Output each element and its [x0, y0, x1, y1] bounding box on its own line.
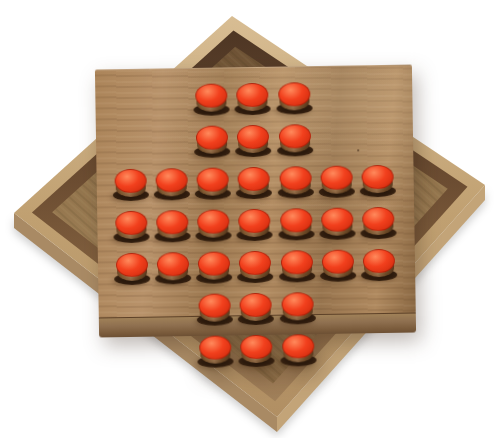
peg-r6c4[interactable] — [238, 289, 275, 328]
peg-r4c3[interactable] — [195, 205, 232, 244]
hole-r6c5 — [276, 284, 318, 327]
hole-r5c3 — [193, 243, 235, 286]
peg-r4c7[interactable] — [360, 203, 397, 242]
peg-r1c3[interactable] — [193, 79, 230, 118]
hole-r6c4 — [235, 285, 277, 328]
hole-r3c1 — [109, 161, 151, 204]
hole-r5c6 — [317, 241, 359, 284]
hole-r4c7 — [358, 199, 400, 242]
cell-r1c7 — [356, 73, 398, 116]
cell-r1c6 — [314, 73, 356, 116]
hole-r6c3 — [194, 285, 236, 328]
hole-r3c5 — [274, 158, 316, 201]
cell-r2c2 — [150, 118, 192, 161]
hole-r4c3 — [193, 201, 235, 244]
peg-cap — [114, 169, 146, 193]
hole-r5c1 — [111, 245, 153, 288]
peg-r4c2[interactable] — [154, 206, 191, 245]
peg-r3c7[interactable] — [360, 161, 397, 200]
peg-grid — [108, 73, 400, 301]
cell-r2c1 — [109, 119, 151, 162]
peg-r3c4[interactable] — [236, 163, 273, 202]
cell-r1c1 — [108, 77, 150, 120]
peg-r5c5[interactable] — [279, 246, 316, 285]
peg-r3c2[interactable] — [153, 164, 190, 203]
hole-r3c3 — [192, 159, 234, 202]
peg-r6c3[interactable] — [197, 289, 234, 328]
peg-r5c4[interactable] — [237, 247, 274, 286]
hole-r5c2 — [152, 244, 194, 287]
hole-r4c1 — [110, 203, 152, 246]
peg-cap — [115, 211, 147, 235]
hole-r2c5 — [274, 116, 316, 159]
peg-r3c1[interactable] — [112, 165, 149, 204]
peg-r2c4[interactable] — [235, 121, 272, 160]
cell-r1c2 — [149, 76, 191, 119]
peg-r5c6[interactable] — [320, 245, 357, 284]
peg-r5c2[interactable] — [155, 248, 192, 287]
peg-r3c3[interactable] — [195, 163, 232, 202]
hole-r4c4 — [234, 201, 276, 244]
peg-cap — [278, 82, 310, 106]
hole-r3c6 — [316, 157, 358, 200]
peg-r5c3[interactable] — [196, 247, 233, 286]
peg-r7c3[interactable] — [197, 331, 234, 370]
peg-r2c3[interactable] — [194, 121, 231, 160]
peg-r4c5[interactable] — [278, 204, 315, 243]
product-photo-scene — [0, 0, 500, 438]
hole-r5c4 — [235, 243, 277, 286]
hole-r1c4 — [232, 75, 274, 118]
peg-r4c1[interactable] — [113, 207, 150, 246]
cell-r2c6 — [315, 115, 357, 158]
hole-r4c5 — [275, 200, 317, 243]
hole-r5c5 — [276, 242, 318, 285]
peg-cap — [282, 334, 314, 358]
hole-r3c2 — [151, 160, 193, 203]
board-surface — [95, 65, 416, 319]
peg-r2c5[interactable] — [277, 120, 314, 159]
peg-r5c7[interactable] — [361, 245, 398, 284]
peg-r7c4[interactable] — [239, 331, 276, 370]
peg-cap — [279, 166, 311, 190]
hole-r4c2 — [151, 202, 193, 245]
peg-cap — [281, 292, 313, 316]
peg-r1c5[interactable] — [276, 78, 313, 117]
peg-cap — [281, 250, 313, 274]
peg-cap — [280, 208, 312, 232]
peg-cap — [115, 253, 147, 277]
hole-r3c7 — [357, 157, 399, 200]
hole-r2c4 — [233, 117, 275, 160]
peg-cap — [279, 124, 311, 148]
hole-r1c5 — [273, 74, 315, 117]
peg-r4c6[interactable] — [319, 203, 356, 242]
peg-r1c4[interactable] — [235, 79, 272, 118]
hole-r2c3 — [191, 117, 233, 160]
hole-r4c6 — [316, 199, 358, 242]
cell-r2c7 — [356, 115, 398, 158]
hole-r5c7 — [358, 241, 400, 284]
peg-r4c4[interactable] — [237, 205, 274, 244]
solitaire-board — [95, 65, 416, 338]
peg-r6c5[interactable] — [279, 288, 316, 327]
peg-r3c5[interactable] — [277, 162, 314, 201]
peg-r5c1[interactable] — [113, 249, 150, 288]
peg-r3c6[interactable] — [318, 161, 355, 200]
hole-r3c4 — [233, 159, 275, 202]
peg-r7c5[interactable] — [280, 330, 317, 369]
hole-r1c3 — [191, 75, 233, 118]
